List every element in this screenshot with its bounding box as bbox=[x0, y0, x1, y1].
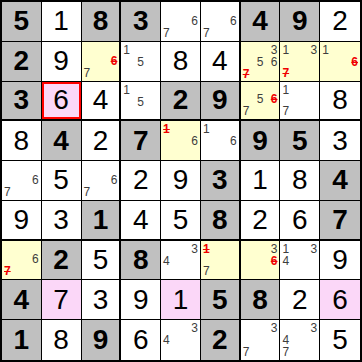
given-digit: 5 bbox=[14, 7, 30, 35]
eliminated-candidate-7: 7 bbox=[281, 67, 293, 80]
cell-r6c8[interactable]: 6 bbox=[280, 201, 320, 241]
cell-r8c4[interactable]: 9 bbox=[121, 280, 161, 320]
pencil-marks: 17 bbox=[281, 83, 318, 119]
solved-digit: 9 bbox=[53, 47, 69, 75]
pencil-marks: 67 bbox=[202, 3, 238, 40]
solved-digit: 8 bbox=[14, 127, 30, 155]
cell-r7c8[interactable]: 134 bbox=[280, 241, 320, 281]
cell-r4c8[interactable]: 5 bbox=[280, 121, 320, 161]
cell-r9c2[interactable]: 8 bbox=[42, 320, 82, 360]
cell-r8c7[interactable]: 8 bbox=[241, 280, 281, 320]
candidate-6: 6 bbox=[266, 56, 278, 68]
candidate-3: 3 bbox=[306, 242, 318, 255]
pencil-marks: 3567 bbox=[242, 43, 279, 80]
solved-digit: 2 bbox=[252, 206, 268, 234]
cell-r9c9[interactable]: 5 bbox=[320, 320, 360, 360]
solved-digit: 1 bbox=[252, 166, 268, 194]
cell-r6c6[interactable]: 8 bbox=[201, 201, 241, 241]
cell-r3c1[interactable]: 3 bbox=[2, 82, 42, 122]
pencil-marks: 15 bbox=[122, 43, 159, 80]
candidate-6: 6 bbox=[226, 15, 238, 27]
given-digit: 8 bbox=[252, 286, 268, 314]
pencil-marks: 137 bbox=[281, 43, 318, 80]
given-digit: 9 bbox=[252, 127, 268, 155]
solved-digit: 6 bbox=[332, 286, 348, 314]
solved-digit: 4 bbox=[133, 206, 149, 234]
candidate-3: 3 bbox=[266, 43, 278, 56]
cell-r5c2[interactable]: 5 bbox=[42, 161, 82, 201]
given-digit: 3 bbox=[14, 86, 30, 114]
given-digit: 5 bbox=[212, 286, 228, 314]
cell-r6c2[interactable]: 3 bbox=[42, 201, 82, 241]
eliminated-candidate-6: 6 bbox=[266, 255, 278, 267]
cell-r6c5[interactable]: 5 bbox=[161, 201, 201, 241]
given-digit: 3 bbox=[212, 166, 228, 194]
cell-r7c7[interactable]: 36 bbox=[241, 241, 281, 281]
given-digit: 4 bbox=[332, 166, 348, 194]
solved-digit: 2 bbox=[93, 127, 109, 155]
cell-r6c4[interactable]: 4 bbox=[121, 201, 161, 241]
cell-r4c7[interactable]: 9 bbox=[241, 121, 281, 161]
solved-digit: 3 bbox=[93, 286, 109, 314]
pencil-marks: 67 bbox=[162, 3, 199, 40]
sudoku-board: 5183676749229671584356713716364152956717… bbox=[0, 0, 362, 362]
solved-digit: 9 bbox=[332, 246, 348, 274]
candidate-3: 3 bbox=[266, 242, 278, 255]
solved-digit: 2 bbox=[332, 7, 348, 35]
solved-digit: 8 bbox=[173, 47, 189, 75]
candidate-6: 6 bbox=[187, 15, 199, 27]
candidate-1: 1 bbox=[281, 83, 293, 96]
candidate-5: 5 bbox=[254, 93, 266, 105]
given-digit: 7 bbox=[133, 127, 149, 155]
cell-r7c9[interactable]: 9 bbox=[320, 241, 360, 281]
cell-r2c2[interactable]: 9 bbox=[42, 42, 82, 82]
cell-r3c3[interactable]: 4 bbox=[82, 82, 122, 122]
candidate-4: 4 bbox=[281, 255, 293, 267]
candidate-7: 7 bbox=[202, 265, 214, 278]
cell-r8c8[interactable]: 2 bbox=[280, 280, 320, 320]
solved-digit: 5 bbox=[93, 246, 109, 274]
solved-digit: 8 bbox=[53, 326, 69, 354]
pencil-marks: 37 bbox=[242, 321, 279, 359]
given-digit: 3 bbox=[133, 7, 149, 35]
cell-r9c3[interactable]: 9 bbox=[82, 320, 122, 360]
cell-r9c8[interactable]: 347 bbox=[280, 320, 320, 360]
pencil-marks: 36 bbox=[242, 242, 279, 279]
pencil-marks: 67 bbox=[3, 162, 40, 199]
cell-r3c7[interactable]: 567 bbox=[241, 82, 281, 122]
eliminated-candidate-7: 7 bbox=[3, 265, 15, 278]
cell-r4c4[interactable]: 7 bbox=[121, 121, 161, 161]
cell-r2c5[interactable]: 8 bbox=[161, 42, 201, 82]
cell-r5c7[interactable]: 1 bbox=[241, 161, 281, 201]
cell-r3c6[interactable]: 9 bbox=[201, 82, 241, 122]
cell-r5c5[interactable]: 9 bbox=[161, 161, 201, 201]
candidate-1: 1 bbox=[321, 43, 334, 56]
given-digit: 4 bbox=[252, 7, 268, 35]
candidate-3: 3 bbox=[306, 43, 318, 56]
pencil-marks: 34 bbox=[162, 242, 199, 279]
pencil-marks: 16 bbox=[202, 122, 238, 159]
cell-r8c9[interactable]: 6 bbox=[320, 280, 360, 320]
pencil-marks: 34 bbox=[162, 321, 199, 359]
cell-r1c5[interactable]: 67 bbox=[161, 2, 201, 42]
cell-r8c3[interactable]: 3 bbox=[82, 280, 122, 320]
candidate-7: 7 bbox=[281, 346, 293, 359]
candidate-7: 7 bbox=[281, 105, 293, 118]
solved-digit: 7 bbox=[53, 286, 69, 314]
eliminated-candidate-1: 1 bbox=[162, 122, 174, 135]
given-digit: 8 bbox=[93, 7, 109, 35]
given-digit: 2 bbox=[53, 246, 69, 274]
cell-r6c3[interactable]: 1 bbox=[82, 201, 122, 241]
cell-r6c7[interactable]: 2 bbox=[241, 201, 281, 241]
solved-digit: 9 bbox=[133, 286, 149, 314]
given-digit: 4 bbox=[53, 127, 69, 155]
candidate-3: 3 bbox=[187, 242, 199, 255]
given-digit: 9 bbox=[93, 326, 109, 354]
cell-r5c8[interactable]: 8 bbox=[280, 161, 320, 201]
eliminated-candidate-6: 6 bbox=[266, 93, 278, 105]
cell-r9c1[interactable]: 1 bbox=[2, 320, 42, 360]
given-digit: 9 bbox=[212, 86, 228, 114]
cell-r5c6[interactable]: 3 bbox=[201, 161, 241, 201]
given-digit: 2 bbox=[173, 86, 189, 114]
cell-r2c9[interactable]: 16 bbox=[320, 42, 360, 82]
cell-r2c1[interactable]: 2 bbox=[2, 42, 42, 82]
solved-digit: 9 bbox=[173, 166, 189, 194]
cell-r3c2[interactable]: 6 bbox=[42, 82, 82, 122]
candidate-4: 4 bbox=[162, 334, 174, 346]
given-digit: 5 bbox=[292, 127, 308, 155]
cell-r1c1[interactable]: 5 bbox=[2, 2, 42, 42]
cell-r7c2[interactable]: 2 bbox=[42, 241, 82, 281]
eliminated-candidate-6: 6 bbox=[346, 56, 359, 68]
pencil-marks: 15 bbox=[122, 83, 159, 119]
eliminated-candidate-7: 7 bbox=[242, 68, 254, 81]
candidate-3: 3 bbox=[187, 321, 199, 334]
given-digit: 2 bbox=[14, 47, 30, 75]
eliminated-candidate-1: 1 bbox=[202, 242, 214, 255]
cell-r1c9[interactable]: 2 bbox=[320, 2, 360, 42]
cell-r6c1[interactable]: 9 bbox=[2, 201, 42, 241]
candidate-5: 5 bbox=[135, 96, 147, 108]
cell-r3c5[interactable]: 2 bbox=[161, 82, 201, 122]
solved-digit: 5 bbox=[173, 206, 189, 234]
cell-r9c5[interactable]: 34 bbox=[161, 320, 201, 360]
pencil-marks: 16 bbox=[321, 43, 359, 80]
pencil-marks: 67 bbox=[83, 43, 119, 80]
given-digit: 1 bbox=[14, 326, 30, 354]
solved-digit: 1 bbox=[173, 286, 189, 314]
cell-r4c6[interactable]: 16 bbox=[201, 121, 241, 161]
pencil-marks: 17 bbox=[202, 242, 238, 279]
cell-r4c2[interactable]: 4 bbox=[42, 121, 82, 161]
cell-r3c9[interactable]: 8 bbox=[320, 82, 360, 122]
cell-r8c5[interactable]: 1 bbox=[161, 280, 201, 320]
solved-digit: 5 bbox=[332, 326, 348, 354]
pencil-marks: 347 bbox=[281, 321, 318, 359]
candidate-6: 6 bbox=[28, 253, 40, 265]
cell-r7c1[interactable]: 67 bbox=[2, 241, 42, 281]
solved-digit: 8 bbox=[292, 166, 308, 194]
candidate-1: 1 bbox=[122, 83, 134, 96]
candidate-1: 1 bbox=[281, 242, 293, 255]
candidate-6: 6 bbox=[106, 174, 118, 186]
candidate-1: 1 bbox=[202, 122, 214, 135]
candidate-1: 1 bbox=[122, 43, 134, 56]
candidate-7: 7 bbox=[162, 27, 174, 40]
cell-r8c2[interactable]: 7 bbox=[42, 280, 82, 320]
solved-digit: 4 bbox=[212, 47, 228, 75]
cell-r9c6[interactable]: 2 bbox=[201, 320, 241, 360]
cell-r5c9[interactable]: 4 bbox=[320, 161, 360, 201]
cell-r2c8[interactable]: 137 bbox=[280, 42, 320, 82]
candidate-5: 5 bbox=[135, 56, 147, 68]
eliminated-candidate-6: 6 bbox=[106, 55, 118, 67]
cell-r2c4[interactable]: 15 bbox=[121, 42, 161, 82]
candidate-4: 4 bbox=[162, 255, 174, 267]
candidate-3: 3 bbox=[266, 321, 278, 334]
cell-r7c6[interactable]: 17 bbox=[201, 241, 241, 281]
solved-digit: 4 bbox=[93, 86, 109, 114]
solved-digit: 2 bbox=[133, 166, 149, 194]
cell-r1c2[interactable]: 1 bbox=[42, 2, 82, 42]
candidate-1: 1 bbox=[281, 43, 293, 56]
cell-r4c1[interactable]: 8 bbox=[2, 121, 42, 161]
cell-r4c3[interactable]: 2 bbox=[82, 121, 122, 161]
solved-digit: 2 bbox=[292, 286, 308, 314]
pencil-marks: 67 bbox=[3, 242, 40, 279]
given-digit: 9 bbox=[292, 7, 308, 35]
cell-r2c6[interactable]: 4 bbox=[201, 42, 241, 82]
given-digit: 8 bbox=[133, 246, 149, 274]
cell-r1c3[interactable]: 8 bbox=[82, 2, 122, 42]
cell-r7c3[interactable]: 5 bbox=[82, 241, 122, 281]
cell-r3c8[interactable]: 17 bbox=[280, 82, 320, 122]
given-digit: 8 bbox=[212, 206, 228, 234]
solved-digit: 3 bbox=[332, 127, 348, 155]
cell-r7c4[interactable]: 8 bbox=[121, 241, 161, 281]
solved-digit: 3 bbox=[53, 206, 69, 234]
pencil-marks: 134 bbox=[281, 242, 318, 279]
cell-r2c7[interactable]: 3567 bbox=[241, 42, 281, 82]
cell-r4c9[interactable]: 3 bbox=[320, 121, 360, 161]
candidate-6: 6 bbox=[28, 174, 40, 186]
cell-r1c8[interactable]: 9 bbox=[280, 2, 320, 42]
candidate-6: 6 bbox=[226, 135, 238, 147]
cell-r8c1[interactable]: 4 bbox=[2, 280, 42, 320]
candidate-7: 7 bbox=[83, 186, 95, 199]
cell-r3c4[interactable]: 15 bbox=[121, 82, 161, 122]
given-digit: 1 bbox=[93, 206, 109, 234]
solved-digit: 6 bbox=[53, 86, 69, 114]
candidate-6: 6 bbox=[187, 135, 199, 147]
candidate-7: 7 bbox=[83, 67, 95, 80]
given-digit: 4 bbox=[14, 286, 30, 314]
cell-r7c5[interactable]: 34 bbox=[161, 241, 201, 281]
cell-r5c1[interactable]: 67 bbox=[2, 161, 42, 201]
candidate-7: 7 bbox=[3, 186, 15, 199]
candidate-3: 3 bbox=[306, 321, 318, 334]
candidate-7: 7 bbox=[242, 346, 254, 359]
solved-digit: 9 bbox=[14, 206, 30, 234]
cell-r8c6[interactable]: 5 bbox=[201, 280, 241, 320]
given-digit: 7 bbox=[332, 206, 348, 234]
cell-r1c6[interactable]: 67 bbox=[201, 2, 241, 42]
cell-r6c9[interactable]: 7 bbox=[320, 201, 360, 241]
solved-digit: 8 bbox=[332, 86, 348, 114]
cell-r9c7[interactable]: 37 bbox=[241, 320, 281, 360]
cell-r2c3[interactable]: 67 bbox=[82, 42, 122, 82]
cell-r9c4[interactable]: 6 bbox=[121, 320, 161, 360]
cell-r1c7[interactable]: 4 bbox=[241, 2, 281, 42]
pencil-marks: 16 bbox=[162, 122, 199, 159]
solved-digit: 5 bbox=[53, 166, 69, 194]
cell-r5c3[interactable]: 67 bbox=[82, 161, 122, 201]
given-digit: 2 bbox=[212, 326, 228, 354]
candidate-5: 5 bbox=[254, 56, 266, 68]
candidate-7: 7 bbox=[202, 27, 214, 40]
pencil-marks: 67 bbox=[83, 162, 119, 199]
cell-r1c4[interactable]: 3 bbox=[121, 2, 161, 42]
solved-digit: 6 bbox=[133, 326, 149, 354]
candidate-7: 7 bbox=[242, 105, 254, 118]
solved-digit: 1 bbox=[53, 7, 69, 35]
cell-r4c5[interactable]: 16 bbox=[161, 121, 201, 161]
cell-r5c4[interactable]: 2 bbox=[121, 161, 161, 201]
solved-digit: 6 bbox=[292, 206, 308, 234]
pencil-marks: 567 bbox=[242, 83, 279, 119]
